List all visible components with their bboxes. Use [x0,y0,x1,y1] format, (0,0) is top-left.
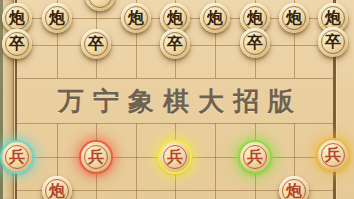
piece-glyph: 卒 [325,34,341,50]
piece-glyph: 炮 [207,10,223,26]
red-cannon-piece[interactable]: 炮 [42,176,72,199]
red-soldier-piece-glow-green[interactable]: 兵 [240,142,270,172]
piece-glyph: 卒 [9,36,25,52]
piece-glyph: 兵 [247,149,263,165]
grid-hline-river-top [16,78,336,79]
black-soldier-piece[interactable]: 卒 [81,29,111,59]
black-soldier-piece[interactable]: 卒 [160,29,190,59]
piece-glyph: 卒 [247,35,263,51]
grid-vline [215,123,216,199]
xiangqi-board[interactable]: 万宁象棋大招版 炮 炮 炮 炮 炮 炮 炮 炮 卒 卒 卒 卒 卒 兵 兵 兵 … [0,0,354,199]
piece-glyph: 炮 [325,10,341,26]
cut-piece-top-edge[interactable] [85,0,115,11]
black-cannon-piece[interactable]: 炮 [200,3,230,33]
piece-glyph: 炮 [9,10,25,26]
black-soldier-piece[interactable]: 卒 [240,28,270,58]
red-soldier-piece-glow-red[interactable]: 兵 [81,142,111,172]
piece-glyph: 卒 [167,36,183,52]
black-cannon-piece[interactable]: 炮 [121,3,151,33]
piece-glyph: 炮 [247,10,263,26]
black-soldier-piece[interactable]: 卒 [2,29,32,59]
piece-glyph: 兵 [9,149,25,165]
red-soldier-piece-glow-gold[interactable]: 兵 [318,140,348,170]
piece-glyph: 卒 [88,36,104,52]
piece-glyph: 炮 [286,10,302,26]
piece-glyph: 炮 [49,10,65,26]
piece-glyph: 炮 [286,183,302,199]
black-soldier-piece[interactable]: 卒 [318,27,348,57]
black-cannon-piece[interactable]: 炮 [279,3,309,33]
piece-glyph: 炮 [128,10,144,26]
red-soldier-piece-glow-yellow[interactable]: 兵 [160,142,190,172]
grid-vline [136,123,137,199]
black-cannon-piece[interactable]: 炮 [42,3,72,33]
piece-glyph: 兵 [325,147,341,163]
piece-glyph: 炮 [49,183,65,199]
grid-hline-river-bottom [16,123,336,124]
piece-glyph: 炮 [167,10,183,26]
piece-glyph: 兵 [167,149,183,165]
river-banner-text: 万宁象棋大招版 [16,84,336,118]
red-soldier-piece-glow-teal[interactable]: 兵 [2,142,32,172]
red-cannon-piece[interactable]: 炮 [279,176,309,199]
piece-glyph: 兵 [88,149,104,165]
